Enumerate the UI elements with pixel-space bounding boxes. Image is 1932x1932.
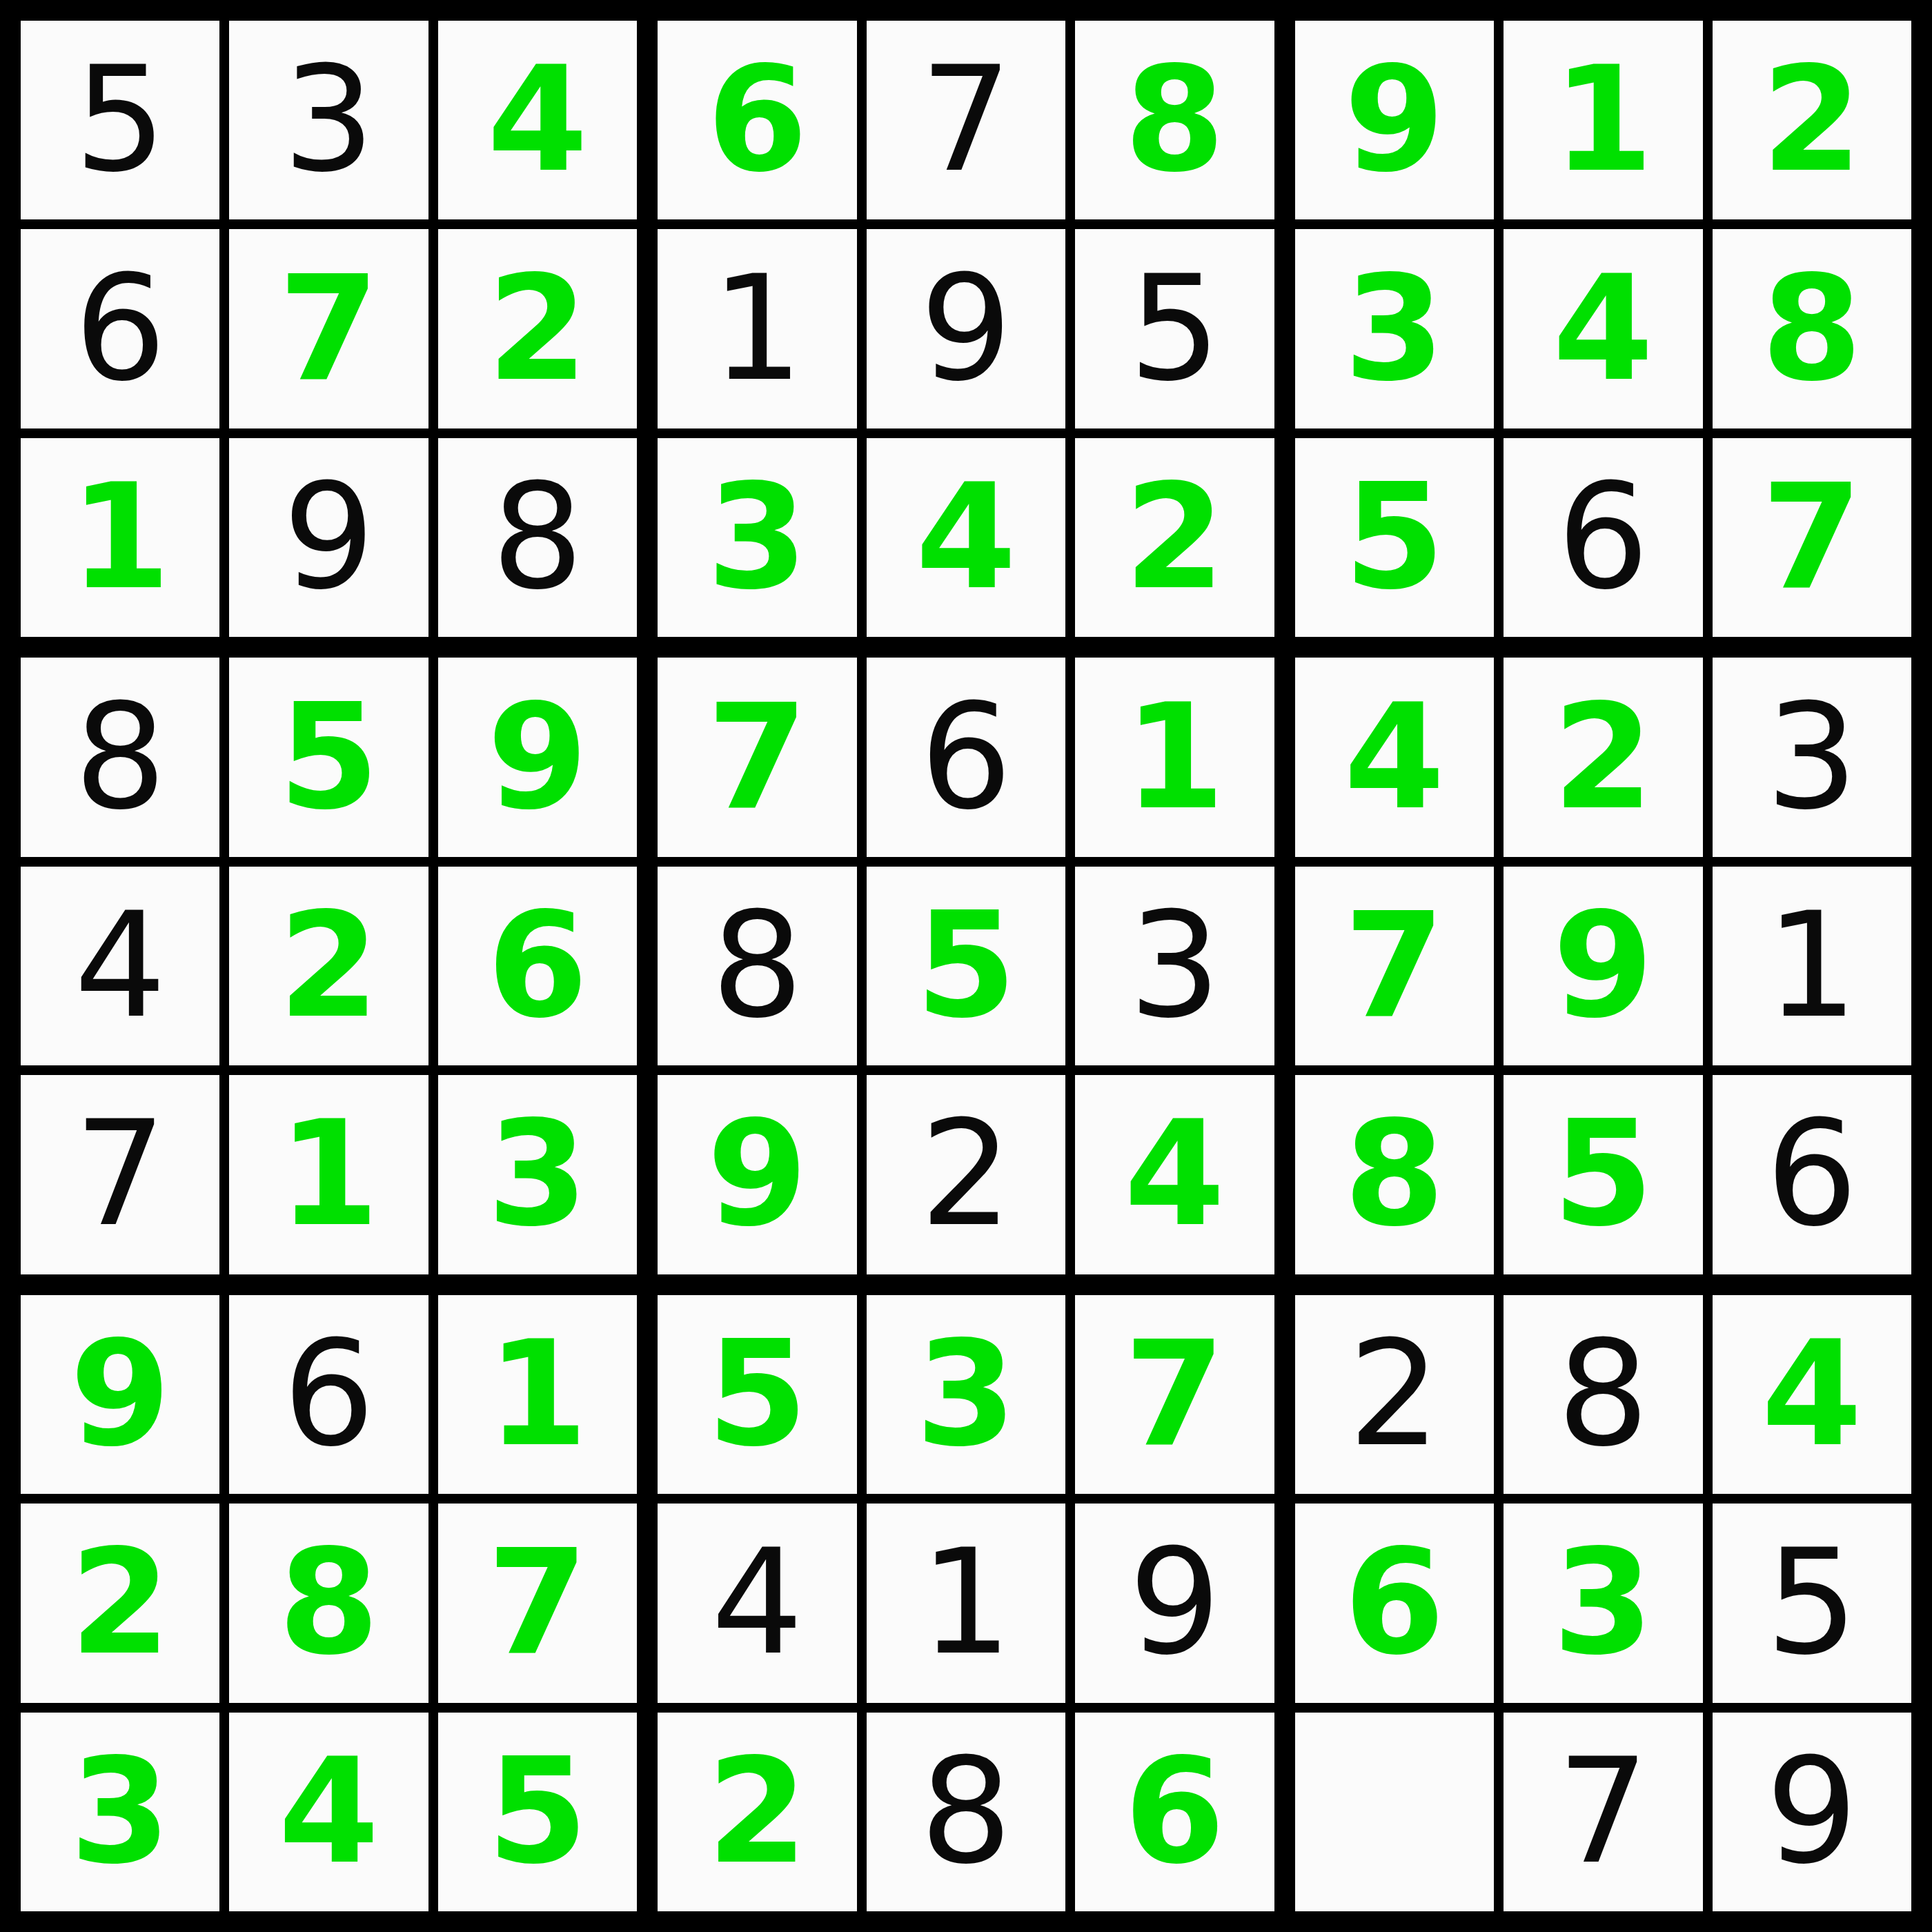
cell-r5c5[interactable]: 5 xyxy=(867,867,1065,1065)
cell-r4c4[interactable]: 7 xyxy=(658,658,856,856)
given-digit: 1 xyxy=(711,257,804,402)
cell-r6c9[interactable]: 6 xyxy=(1713,1075,1911,1274)
cell-r7c3[interactable]: 1 xyxy=(438,1295,637,1494)
cell-r4c1[interactable]: 8 xyxy=(21,658,219,856)
box-9: 28463579 xyxy=(1295,1295,1911,1911)
filled-digit: 2 xyxy=(279,894,379,1038)
cell-r6c1[interactable]: 7 xyxy=(21,1075,219,1274)
cell-r3c3[interactable]: 8 xyxy=(438,438,637,637)
given-digit: 6 xyxy=(283,1322,375,1467)
filled-digit: 3 xyxy=(707,465,807,610)
filled-digit: 1 xyxy=(1552,48,1653,193)
filled-digit: 2 xyxy=(1124,465,1225,610)
given-digit: 2 xyxy=(1348,1322,1441,1467)
given-digit: 1 xyxy=(920,1530,1012,1675)
filled-digit: 3 xyxy=(1552,1530,1653,1675)
cell-r3c2[interactable]: 9 xyxy=(229,438,428,637)
cell-r8c7[interactable]: 6 xyxy=(1295,1504,1494,1702)
cell-r9c7[interactable] xyxy=(1295,1713,1494,1911)
cell-r3c9[interactable]: 7 xyxy=(1713,438,1911,637)
sudoku-board: 5346721986781953429123485678594267137618… xyxy=(0,0,1932,1932)
cell-r7c4[interactable]: 5 xyxy=(658,1295,856,1494)
cell-r7c7[interactable]: 2 xyxy=(1295,1295,1494,1494)
cell-r2c2[interactable]: 7 xyxy=(229,229,428,428)
filled-digit: 9 xyxy=(707,1102,807,1247)
filled-digit: 7 xyxy=(1762,465,1862,610)
given-digit: 3 xyxy=(283,48,375,193)
filled-digit: 7 xyxy=(1344,894,1445,1038)
given-digit: 6 xyxy=(1557,465,1650,610)
cell-r2c6[interactable]: 5 xyxy=(1075,229,1274,428)
filled-digit: 2 xyxy=(1762,48,1862,193)
cell-r3c7[interactable]: 5 xyxy=(1295,438,1494,637)
filled-digit: 2 xyxy=(70,1530,170,1675)
cell-r6c5[interactable]: 2 xyxy=(867,1075,1065,1274)
filled-digit: 2 xyxy=(487,257,588,402)
filled-digit: 1 xyxy=(279,1102,379,1247)
cell-r8c3[interactable]: 7 xyxy=(438,1504,637,1702)
given-digit: 4 xyxy=(74,894,166,1038)
cell-r9c6[interactable]: 6 xyxy=(1075,1713,1274,1911)
filled-digit: 9 xyxy=(70,1322,170,1467)
cell-r4c2[interactable]: 5 xyxy=(229,658,428,856)
filled-digit: 7 xyxy=(487,1530,588,1675)
filled-digit: 4 xyxy=(1344,685,1445,830)
given-digit: 7 xyxy=(920,48,1012,193)
cell-r1c5[interactable]: 7 xyxy=(867,21,1065,219)
box-8: 537419286 xyxy=(658,1295,1274,1911)
cell-r4c9[interactable]: 3 xyxy=(1713,658,1911,856)
cell-r3c8[interactable]: 6 xyxy=(1504,438,1702,637)
given-digit: 9 xyxy=(920,257,1012,402)
filled-digit: 3 xyxy=(1344,257,1445,402)
cell-r5c7[interactable]: 7 xyxy=(1295,867,1494,1065)
cell-r2c7[interactable]: 3 xyxy=(1295,229,1494,428)
cell-r1c9[interactable]: 2 xyxy=(1713,21,1911,219)
cell-r8c6[interactable]: 9 xyxy=(1075,1504,1274,1702)
cell-r5c1[interactable]: 4 xyxy=(21,867,219,1065)
filled-digit: 1 xyxy=(70,465,170,610)
cell-r5c6[interactable]: 3 xyxy=(1075,867,1274,1065)
given-digit: 6 xyxy=(74,257,166,402)
cell-r6c2[interactable]: 1 xyxy=(229,1075,428,1274)
cell-r7c6[interactable]: 7 xyxy=(1075,1295,1274,1494)
cell-r9c1[interactable]: 3 xyxy=(21,1713,219,1911)
cell-r1c6[interactable]: 8 xyxy=(1075,21,1274,219)
box-1: 534672198 xyxy=(21,21,637,637)
given-digit: 1 xyxy=(1766,894,1858,1038)
cell-r8c9[interactable]: 5 xyxy=(1713,1504,1911,1702)
cell-r2c8[interactable]: 4 xyxy=(1504,229,1702,428)
filled-digit: 5 xyxy=(1552,1102,1653,1247)
cell-r9c5[interactable]: 8 xyxy=(867,1713,1065,1911)
cell-r4c6[interactable]: 1 xyxy=(1075,658,1274,856)
cell-r1c3[interactable]: 4 xyxy=(438,21,637,219)
cell-r6c7[interactable]: 8 xyxy=(1295,1075,1494,1274)
filled-digit: 8 xyxy=(279,1530,379,1675)
cell-r6c8[interactable]: 5 xyxy=(1504,1075,1702,1274)
cell-r2c3[interactable]: 2 xyxy=(438,229,637,428)
given-digit: 8 xyxy=(74,685,166,830)
cell-r2c9[interactable]: 8 xyxy=(1713,229,1911,428)
filled-digit: 1 xyxy=(1124,685,1225,830)
cell-r9c9[interactable]: 9 xyxy=(1713,1713,1911,1911)
cell-r5c8[interactable]: 9 xyxy=(1504,867,1702,1065)
filled-digit: 5 xyxy=(279,685,379,830)
filled-digit: 2 xyxy=(1552,685,1653,830)
given-digit: 3 xyxy=(1766,685,1858,830)
filled-digit: 5 xyxy=(916,894,1016,1038)
filled-digit: 8 xyxy=(1344,1102,1445,1247)
cell-r8c5[interactable]: 1 xyxy=(867,1504,1065,1702)
filled-digit: 6 xyxy=(1344,1530,1445,1675)
filled-digit: 4 xyxy=(1124,1102,1225,1247)
given-digit: 3 xyxy=(1129,894,1221,1038)
filled-digit: 6 xyxy=(707,48,807,193)
cell-r5c4[interactable]: 8 xyxy=(658,867,856,1065)
given-digit: 5 xyxy=(1766,1530,1858,1675)
cell-r4c5[interactable]: 6 xyxy=(867,658,1065,856)
cell-r6c3[interactable]: 3 xyxy=(438,1075,637,1274)
filled-digit: 9 xyxy=(1344,48,1445,193)
cell-r7c1[interactable]: 9 xyxy=(21,1295,219,1494)
filled-digit: 4 xyxy=(1552,257,1653,402)
cell-r1c8[interactable]: 1 xyxy=(1504,21,1702,219)
cell-r3c5[interactable]: 4 xyxy=(867,438,1065,637)
box-3: 912348567 xyxy=(1295,21,1911,637)
filled-digit: 4 xyxy=(487,48,588,193)
given-digit: 7 xyxy=(74,1102,166,1247)
box-2: 678195342 xyxy=(658,21,1274,637)
cell-r3c1[interactable]: 1 xyxy=(21,438,219,637)
cell-r5c9[interactable]: 1 xyxy=(1713,867,1911,1065)
cell-r5c3[interactable]: 6 xyxy=(438,867,637,1065)
given-digit: 9 xyxy=(1766,1739,1858,1884)
filled-digit: 6 xyxy=(1124,1739,1225,1884)
cell-r6c6[interactable]: 4 xyxy=(1075,1075,1274,1274)
given-digit: 9 xyxy=(1129,1530,1221,1675)
cell-r7c8[interactable]: 8 xyxy=(1504,1295,1702,1494)
cell-r1c2[interactable]: 3 xyxy=(229,21,428,219)
given-digit: 7 xyxy=(1557,1739,1650,1884)
filled-digit: 3 xyxy=(916,1322,1016,1467)
cell-r4c3[interactable]: 9 xyxy=(438,658,637,856)
given-digit: 9 xyxy=(283,465,375,610)
cell-r7c9[interactable]: 4 xyxy=(1713,1295,1911,1494)
cell-r7c5[interactable]: 3 xyxy=(867,1295,1065,1494)
filled-digit: 6 xyxy=(487,894,588,1038)
filled-digit: 4 xyxy=(916,465,1016,610)
cell-r8c2[interactable]: 8 xyxy=(229,1504,428,1702)
cell-r7c2[interactable]: 6 xyxy=(229,1295,428,1494)
cell-r1c4[interactable]: 6 xyxy=(658,21,856,219)
given-digit: 8 xyxy=(1557,1322,1650,1467)
cell-r8c8[interactable]: 3 xyxy=(1504,1504,1702,1702)
box-7: 961287345 xyxy=(21,1295,637,1911)
filled-digit: 1 xyxy=(487,1322,588,1467)
cell-r2c5[interactable]: 9 xyxy=(867,229,1065,428)
filled-digit: 5 xyxy=(707,1322,807,1467)
cell-r8c1[interactable]: 2 xyxy=(21,1504,219,1702)
cell-r9c2[interactable]: 4 xyxy=(229,1713,428,1911)
box-6: 423791856 xyxy=(1295,658,1911,1274)
given-digit: 4 xyxy=(711,1530,804,1675)
filled-digit: 3 xyxy=(70,1739,170,1884)
filled-digit: 4 xyxy=(279,1739,379,1884)
filled-digit: 5 xyxy=(1344,465,1445,610)
given-digit: 8 xyxy=(920,1739,1012,1884)
cell-r2c1[interactable]: 6 xyxy=(21,229,219,428)
given-digit: 2 xyxy=(920,1102,1012,1247)
given-digit: 6 xyxy=(920,685,1012,830)
cell-r1c7[interactable]: 9 xyxy=(1295,21,1494,219)
filled-digit: 5 xyxy=(487,1739,588,1884)
cell-r9c4[interactable]: 2 xyxy=(658,1713,856,1911)
filled-digit: 4 xyxy=(1762,1322,1862,1467)
given-digit: 5 xyxy=(1129,257,1221,402)
cell-r3c6[interactable]: 2 xyxy=(1075,438,1274,637)
cell-r6c4[interactable]: 9 xyxy=(658,1075,856,1274)
cell-r4c7[interactable]: 4 xyxy=(1295,658,1494,856)
filled-digit: 7 xyxy=(279,257,379,402)
filled-digit: 9 xyxy=(1552,894,1653,1038)
given-digit: 8 xyxy=(711,894,804,1038)
filled-digit: 3 xyxy=(487,1102,588,1247)
given-digit: 5 xyxy=(74,48,166,193)
given-digit: 8 xyxy=(491,465,584,610)
cell-r3c4[interactable]: 3 xyxy=(658,438,856,637)
cell-r9c3[interactable]: 5 xyxy=(438,1713,637,1911)
box-5: 761853924 xyxy=(658,658,1274,1274)
cell-r8c4[interactable]: 4 xyxy=(658,1504,856,1702)
filled-digit: 9 xyxy=(487,685,588,830)
cell-r1c1[interactable]: 5 xyxy=(21,21,219,219)
filled-digit: 2 xyxy=(707,1739,807,1884)
given-digit: 6 xyxy=(1766,1102,1858,1247)
box-4: 859426713 xyxy=(21,658,637,1274)
filled-digit: 8 xyxy=(1124,48,1225,193)
cell-r4c8[interactable]: 2 xyxy=(1504,658,1702,856)
filled-digit: 8 xyxy=(1762,257,1862,402)
cell-r5c2[interactable]: 2 xyxy=(229,867,428,1065)
filled-digit: 7 xyxy=(1124,1322,1225,1467)
cell-r2c4[interactable]: 1 xyxy=(658,229,856,428)
filled-digit: 7 xyxy=(707,685,807,830)
cell-r9c8[interactable]: 7 xyxy=(1504,1713,1702,1911)
